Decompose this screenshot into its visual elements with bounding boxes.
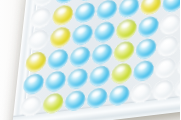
specular-highlight [123, 0, 133, 8]
well [140, 0, 162, 16]
specular-highlight [35, 9, 45, 19]
well [115, 18, 137, 40]
specular-highlight [47, 94, 57, 104]
well [69, 45, 91, 67]
well [47, 48, 69, 70]
well [66, 67, 88, 89]
well [93, 21, 115, 43]
well [179, 32, 180, 54]
specular-highlight [101, 1, 111, 11]
well [96, 0, 118, 21]
well [152, 79, 174, 101]
well [27, 29, 49, 51]
well [25, 51, 47, 73]
specular-highlight [167, 0, 177, 3]
well [154, 57, 176, 79]
well [54, 0, 76, 5]
well [118, 0, 140, 19]
specular-highlight [164, 15, 174, 25]
well [71, 23, 93, 45]
photo-microplate-scene [0, 0, 180, 120]
well [176, 54, 180, 76]
specular-highlight [159, 59, 169, 69]
well [44, 70, 66, 92]
specular-highlight [30, 53, 40, 63]
specular-highlight [91, 89, 101, 99]
specular-highlight [118, 42, 128, 52]
well [30, 7, 52, 29]
well [32, 0, 54, 7]
specular-highlight [76, 25, 86, 35]
specular-highlight [49, 72, 59, 82]
well [110, 62, 132, 84]
specular-highlight [32, 31, 42, 41]
well [91, 43, 113, 65]
well [49, 26, 71, 48]
specular-highlight [69, 91, 79, 101]
specular-highlight [145, 0, 155, 5]
specular-highlight [27, 75, 37, 85]
specular-highlight [25, 97, 35, 107]
specular-highlight [93, 67, 103, 77]
well [22, 73, 44, 95]
specular-highlight [57, 6, 67, 16]
well [74, 1, 96, 23]
well [132, 60, 154, 82]
well [20, 95, 42, 117]
wells-grid [20, 0, 180, 118]
specular-highlight [96, 45, 106, 55]
specular-highlight [140, 40, 150, 50]
specular-highlight [52, 50, 62, 60]
specular-highlight [179, 78, 180, 88]
well [64, 89, 86, 111]
specular-highlight [71, 69, 81, 79]
well [108, 84, 130, 106]
specular-highlight [162, 37, 172, 47]
well [174, 76, 180, 98]
well [135, 38, 157, 60]
well [162, 0, 180, 13]
specular-highlight [157, 81, 167, 91]
well [42, 92, 64, 114]
well [137, 16, 159, 38]
specular-highlight [74, 47, 84, 57]
specular-highlight [113, 86, 123, 96]
well [52, 4, 74, 26]
microplate [12, 0, 181, 120]
specular-highlight [120, 20, 130, 30]
specular-highlight [142, 18, 152, 28]
specular-highlight [137, 62, 147, 72]
specular-highlight [98, 23, 108, 33]
specular-highlight [115, 64, 125, 74]
well [130, 82, 152, 104]
well [159, 13, 180, 35]
well [113, 40, 135, 62]
specular-highlight [135, 84, 145, 94]
specular-highlight [79, 3, 89, 13]
well [157, 35, 179, 57]
well [88, 65, 110, 87]
well [86, 87, 108, 109]
specular-highlight [54, 28, 64, 38]
